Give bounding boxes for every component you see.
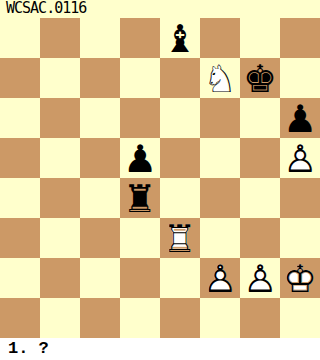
square-h5[interactable]: ♟♙ [280,138,320,178]
white-rook-glyph: ♖ [160,218,200,258]
square-h6[interactable]: ♟ [280,98,320,138]
diagram-title: WCSAC.0116 [0,0,320,18]
black-pawn-glyph: ♟ [120,138,160,178]
square-c6[interactable] [80,98,120,138]
square-g1[interactable] [240,298,280,338]
square-g5[interactable] [240,138,280,178]
square-h1[interactable] [280,298,320,338]
square-a2[interactable] [0,258,40,298]
square-d8[interactable] [120,18,160,58]
white-pawn-piece: ♟♙ [200,258,240,298]
square-g7[interactable]: ♚ [240,58,280,98]
square-e6[interactable] [160,98,200,138]
square-g2[interactable]: ♟♙ [240,258,280,298]
black-king-glyph: ♚ [240,58,280,98]
square-b7[interactable] [40,58,80,98]
square-a1[interactable] [0,298,40,338]
square-h2[interactable]: ♚♔ [280,258,320,298]
black-pawn-glyph: ♟ [280,98,320,138]
square-a7[interactable] [0,58,40,98]
square-f4[interactable] [200,178,240,218]
square-b3[interactable] [40,218,80,258]
square-f2[interactable]: ♟♙ [200,258,240,298]
square-c5[interactable] [80,138,120,178]
square-f3[interactable] [200,218,240,258]
black-pawn-piece: ♟ [120,138,160,178]
square-f6[interactable] [200,98,240,138]
square-c4[interactable] [80,178,120,218]
square-e3[interactable]: ♜♖ [160,218,200,258]
square-g4[interactable] [240,178,280,218]
white-knight-piece: ♞♘ [200,58,240,98]
square-g6[interactable] [240,98,280,138]
square-c7[interactable] [80,58,120,98]
black-rook-glyph: ♜ [120,178,160,218]
chess-diagram-window: WCSAC.0116 ♝♞♘♚♟♟♟♙♜♜♖♟♙♟♙♚♔ 1. ? [0,0,320,360]
square-b4[interactable] [40,178,80,218]
square-h7[interactable] [280,58,320,98]
white-rook-piece: ♜♖ [160,218,200,258]
square-b1[interactable] [40,298,80,338]
move-prompt: 1. ? [0,338,320,360]
square-e2[interactable] [160,258,200,298]
square-g8[interactable] [240,18,280,58]
square-c8[interactable] [80,18,120,58]
square-f5[interactable] [200,138,240,178]
black-pawn-piece: ♟ [280,98,320,138]
square-f7[interactable]: ♞♘ [200,58,240,98]
white-knight-glyph: ♘ [200,58,240,98]
square-e7[interactable] [160,58,200,98]
black-king-piece: ♚ [240,58,280,98]
white-king-piece: ♚♔ [280,258,320,298]
square-d1[interactable] [120,298,160,338]
square-d2[interactable] [120,258,160,298]
white-pawn-glyph: ♙ [280,138,320,178]
square-d5[interactable]: ♟ [120,138,160,178]
square-d4[interactable]: ♜ [120,178,160,218]
chess-board: ♝♞♘♚♟♟♟♙♜♜♖♟♙♟♙♚♔ [0,18,320,338]
square-d7[interactable] [120,58,160,98]
white-pawn-glyph: ♙ [240,258,280,298]
white-pawn-glyph: ♙ [200,258,240,298]
square-e4[interactable] [160,178,200,218]
square-f1[interactable] [200,298,240,338]
square-e1[interactable] [160,298,200,338]
square-b2[interactable] [40,258,80,298]
square-a3[interactable] [0,218,40,258]
white-king-glyph: ♔ [280,258,320,298]
white-pawn-piece: ♟♙ [280,138,320,178]
square-f8[interactable] [200,18,240,58]
square-b5[interactable] [40,138,80,178]
square-c2[interactable] [80,258,120,298]
black-bishop-piece: ♝ [160,18,200,58]
square-a5[interactable] [0,138,40,178]
square-c1[interactable] [80,298,120,338]
square-e5[interactable] [160,138,200,178]
square-a4[interactable] [0,178,40,218]
white-pawn-piece: ♟♙ [240,258,280,298]
square-g3[interactable] [240,218,280,258]
square-h4[interactable] [280,178,320,218]
square-h8[interactable] [280,18,320,58]
square-b8[interactable] [40,18,80,58]
square-h3[interactable] [280,218,320,258]
square-d6[interactable] [120,98,160,138]
square-d3[interactable] [120,218,160,258]
square-c3[interactable] [80,218,120,258]
black-rook-piece: ♜ [120,178,160,218]
square-b6[interactable] [40,98,80,138]
black-bishop-glyph: ♝ [160,18,200,58]
square-a8[interactable] [0,18,40,58]
square-e8[interactable]: ♝ [160,18,200,58]
square-a6[interactable] [0,98,40,138]
